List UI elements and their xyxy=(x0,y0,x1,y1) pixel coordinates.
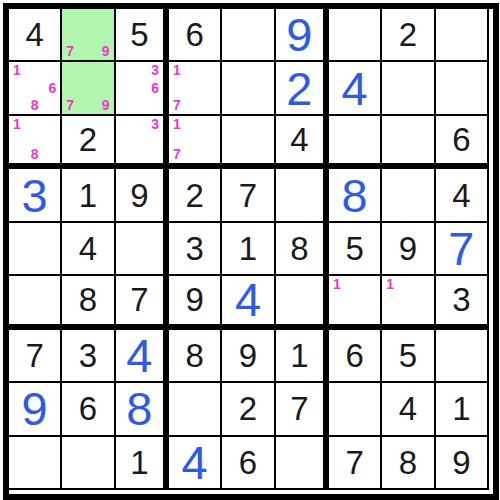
pencil-marks: 17 xyxy=(173,63,216,111)
given-digit: 6 xyxy=(345,339,363,372)
cell-r8c9[interactable]: 1 xyxy=(436,383,489,436)
entry-digit: 7 xyxy=(448,225,474,272)
pencil-mark-8: 8 xyxy=(31,98,39,112)
cell-r2c7[interactable]: 4 xyxy=(329,62,382,115)
entry-digit: 2 xyxy=(286,65,312,112)
cell-r5c2[interactable]: 4 xyxy=(62,223,115,276)
cell-r7c2[interactable]: 3 xyxy=(62,330,115,383)
given-digit: 4 xyxy=(452,179,470,212)
pencil-mark-7: 7 xyxy=(66,98,74,112)
cell-r2c6[interactable]: 2 xyxy=(276,62,329,115)
cell-r7c8[interactable]: 5 xyxy=(382,330,435,383)
given-digit: 1 xyxy=(239,232,257,265)
cell-r7c1[interactable]: 7 xyxy=(9,330,62,383)
cell-r7c9[interactable] xyxy=(436,330,489,383)
entry-digit: 4 xyxy=(182,439,208,486)
given-digit: 4 xyxy=(290,123,308,156)
given-digit: 5 xyxy=(130,18,148,51)
given-digit: 8 xyxy=(290,232,308,265)
cell-r1c1[interactable]: 4 xyxy=(9,9,62,62)
pencil-mark-1: 1 xyxy=(13,117,21,131)
cell-r9c2[interactable] xyxy=(62,437,115,490)
cell-r7c4[interactable]: 8 xyxy=(169,330,222,383)
pencil-mark-1: 1 xyxy=(173,63,181,77)
given-digit: 2 xyxy=(239,392,257,425)
given-digit: 9 xyxy=(130,179,148,212)
cell-r6c7[interactable]: 1 xyxy=(329,276,382,329)
cell-r2c2[interactable]: 79 xyxy=(62,62,115,115)
given-digit: 7 xyxy=(345,446,363,479)
cell-r5c3[interactable] xyxy=(116,223,169,276)
cell-r6c9[interactable]: 3 xyxy=(436,276,489,329)
cell-r4c8[interactable] xyxy=(382,169,435,222)
cell-r3c1[interactable]: 18 xyxy=(9,116,62,169)
cell-r9c5[interactable]: 6 xyxy=(222,437,275,490)
cell-r2c3[interactable]: 36 xyxy=(116,62,169,115)
pencil-marks: 1 xyxy=(333,277,376,321)
cell-r3c4[interactable]: 17 xyxy=(169,116,222,169)
cell-r3c5[interactable] xyxy=(222,116,275,169)
given-digit: 6 xyxy=(452,123,470,156)
pencil-marks: 36 xyxy=(120,63,159,111)
cell-r5c8[interactable]: 9 xyxy=(382,223,435,276)
cell-r8c7[interactable] xyxy=(329,383,382,436)
cell-r1c6[interactable]: 9 xyxy=(276,9,329,62)
pencil-mark-7: 7 xyxy=(173,147,181,161)
pencil-marks: 18 xyxy=(13,117,56,161)
cell-r7c3[interactable]: 4 xyxy=(116,330,169,383)
cell-r4c1[interactable]: 3 xyxy=(9,169,62,222)
cell-r6c6[interactable] xyxy=(276,276,329,329)
given-digit: 7 xyxy=(130,283,148,316)
cell-r7c6[interactable]: 1 xyxy=(276,330,329,383)
given-digit: 7 xyxy=(290,392,308,425)
pencil-mark-6: 6 xyxy=(151,81,159,95)
given-digit: 6 xyxy=(239,446,257,479)
cell-r7c5[interactable]: 9 xyxy=(222,330,275,383)
pencil-mark-7: 7 xyxy=(66,44,74,58)
sudoku-app: 4795692168793617241823174631927844318597… xyxy=(0,0,500,500)
pencil-marks: 3 xyxy=(120,117,159,161)
cell-r8c3[interactable]: 8 xyxy=(116,383,169,436)
cell-r1c8[interactable]: 2 xyxy=(382,9,435,62)
given-digit: 9 xyxy=(239,339,257,372)
cell-r8c1[interactable]: 9 xyxy=(9,383,62,436)
pencil-marks: 79 xyxy=(66,63,109,111)
given-digit: 1 xyxy=(130,446,148,479)
cell-r4c6[interactable] xyxy=(276,169,329,222)
cell-r9c4[interactable]: 4 xyxy=(169,437,222,490)
given-digit: 1 xyxy=(290,339,308,372)
given-digit: 9 xyxy=(452,446,470,479)
given-digit: 4 xyxy=(25,18,43,51)
cell-r8c6[interactable]: 7 xyxy=(276,383,329,436)
cell-r2c8[interactable] xyxy=(382,62,435,115)
given-digit: 6 xyxy=(185,18,203,51)
cell-r6c3[interactable]: 7 xyxy=(116,276,169,329)
entry-digit: 8 xyxy=(126,385,152,432)
cell-r5c9[interactable]: 7 xyxy=(436,223,489,276)
entry-digit: 4 xyxy=(126,332,152,379)
cell-r8c5[interactable]: 2 xyxy=(222,383,275,436)
entry-digit: 3 xyxy=(22,172,48,219)
cell-r8c4[interactable] xyxy=(169,383,222,436)
cell-r3c8[interactable] xyxy=(382,116,435,169)
cell-r4c3[interactable]: 9 xyxy=(116,169,169,222)
cell-r2c9[interactable] xyxy=(436,62,489,115)
given-digit: 8 xyxy=(185,339,203,372)
pencil-mark-3: 3 xyxy=(151,63,159,77)
pencil-mark-7: 7 xyxy=(173,98,181,112)
cell-r4c4[interactable]: 2 xyxy=(169,169,222,222)
given-digit: 5 xyxy=(399,339,417,372)
cell-r8c2[interactable]: 6 xyxy=(62,383,115,436)
cell-r9c1[interactable] xyxy=(9,437,62,490)
given-digit: 7 xyxy=(25,339,43,372)
entry-digit: 9 xyxy=(286,11,312,58)
entry-digit: 4 xyxy=(235,276,261,323)
given-digit: 8 xyxy=(79,283,97,316)
pencil-marks: 1 xyxy=(386,277,429,321)
pencil-mark-9: 9 xyxy=(102,44,110,58)
cell-r8c8[interactable]: 4 xyxy=(382,383,435,436)
pencil-mark-1: 1 xyxy=(386,277,394,291)
cell-r6c5[interactable]: 4 xyxy=(222,276,275,329)
pencil-mark-1: 1 xyxy=(333,277,341,291)
cell-r1c2[interactable]: 79 xyxy=(62,9,115,62)
cell-r5c1[interactable] xyxy=(9,223,62,276)
cell-r1c3[interactable]: 5 xyxy=(116,9,169,62)
given-digit: 7 xyxy=(239,179,257,212)
cell-r9c3[interactable]: 1 xyxy=(116,437,169,490)
entry-digit: 8 xyxy=(342,172,368,219)
cell-r6c2[interactable]: 8 xyxy=(62,276,115,329)
cell-r5c5[interactable]: 1 xyxy=(222,223,275,276)
cell-r6c1[interactable] xyxy=(9,276,62,329)
cell-r1c5[interactable] xyxy=(222,9,275,62)
cell-r3c3[interactable]: 3 xyxy=(116,116,169,169)
entry-digit: 9 xyxy=(22,385,48,432)
given-digit: 9 xyxy=(185,283,203,316)
cell-r4c5[interactable]: 7 xyxy=(222,169,275,222)
cell-r1c9[interactable] xyxy=(436,9,489,62)
cell-r4c7[interactable]: 8 xyxy=(329,169,382,222)
pencil-mark-1: 1 xyxy=(13,63,21,77)
cell-r6c8[interactable]: 1 xyxy=(382,276,435,329)
sudoku-board: 4795692168793617241823174631927844318597… xyxy=(9,9,489,490)
given-digit: 3 xyxy=(185,232,203,265)
pencil-marks: 79 xyxy=(66,10,109,58)
cell-r5c7[interactable]: 5 xyxy=(329,223,382,276)
pencil-mark-8: 8 xyxy=(31,147,39,161)
given-digit: 3 xyxy=(79,339,97,372)
pencil-marks: 17 xyxy=(173,117,216,161)
cell-r3c7[interactable] xyxy=(329,116,382,169)
entry-digit: 4 xyxy=(342,65,368,112)
cell-r5c4[interactable]: 3 xyxy=(169,223,222,276)
given-digit: 3 xyxy=(452,283,470,316)
given-digit: 8 xyxy=(399,446,417,479)
given-digit: 9 xyxy=(399,232,417,265)
given-digit: 2 xyxy=(185,179,203,212)
given-digit: 2 xyxy=(79,123,97,156)
cell-r4c9[interactable]: 4 xyxy=(436,169,489,222)
cell-r9c8[interactable]: 8 xyxy=(382,437,435,490)
cell-r1c7[interactable] xyxy=(329,9,382,62)
cell-r9c7[interactable]: 7 xyxy=(329,437,382,490)
given-digit: 1 xyxy=(452,392,470,425)
cell-r6c4[interactable]: 9 xyxy=(169,276,222,329)
cell-r3c9[interactable]: 6 xyxy=(436,116,489,169)
given-digit: 6 xyxy=(79,392,97,425)
cell-r9c6[interactable] xyxy=(276,437,329,490)
given-digit: 2 xyxy=(399,18,417,51)
given-digit: 4 xyxy=(399,392,417,425)
given-digit: 4 xyxy=(79,232,97,265)
cell-r2c4[interactable]: 17 xyxy=(169,62,222,115)
cell-r7c7[interactable]: 6 xyxy=(329,330,382,383)
cell-r5c6[interactable]: 8 xyxy=(276,223,329,276)
given-digit: 1 xyxy=(79,179,97,212)
pencil-marks: 168 xyxy=(13,63,56,111)
pencil-mark-3: 3 xyxy=(151,117,159,131)
cell-r2c1[interactable]: 168 xyxy=(9,62,62,115)
sudoku-board-frame: 4795692168793617241823174631927844318597… xyxy=(3,3,499,500)
cell-r9c9[interactable]: 9 xyxy=(436,437,489,490)
pencil-mark-9: 9 xyxy=(102,98,110,112)
pencil-mark-6: 6 xyxy=(49,81,57,95)
given-digit: 5 xyxy=(345,232,363,265)
cell-r4c2[interactable]: 1 xyxy=(62,169,115,222)
cell-r3c2[interactable]: 2 xyxy=(62,116,115,169)
cell-r1c4[interactable]: 6 xyxy=(169,9,222,62)
cell-r3c6[interactable]: 4 xyxy=(276,116,329,169)
pencil-mark-1: 1 xyxy=(173,117,181,131)
cell-r2c5[interactable] xyxy=(222,62,275,115)
